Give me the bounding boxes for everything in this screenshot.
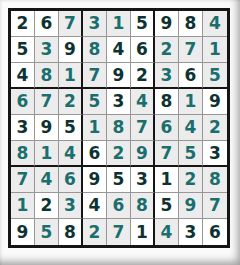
cell-r6c3[interactable]: 4 [59,141,83,167]
cell-r5c5[interactable]: 8 [107,115,131,141]
cell-r3c7[interactable]: 3 [155,63,179,89]
cell-r4c8[interactable]: 1 [179,89,203,115]
cell-r5c7[interactable]: 6 [155,115,179,141]
cell-r1c1[interactable]: 2 [11,11,35,37]
cell-r2c7[interactable]: 2 [155,37,179,63]
cell-r5c8[interactable]: 4 [179,115,203,141]
cell-r2c5[interactable]: 4 [107,37,131,63]
cell-r6c9[interactable]: 3 [203,141,227,167]
cell-r9c5[interactable]: 7 [107,219,131,245]
cell-r5c2[interactable]: 9 [35,115,59,141]
cell-r8c4[interactable]: 4 [83,193,107,219]
cell-r7c2[interactable]: 4 [35,167,59,193]
cell-r6c5[interactable]: 2 [107,141,131,167]
cell-r3c5[interactable]: 9 [107,63,131,89]
cell-r6c8[interactable]: 5 [179,141,203,167]
cell-r8c6[interactable]: 8 [131,193,155,219]
cell-r1c2[interactable]: 6 [35,11,59,37]
cell-r2c4[interactable]: 8 [83,37,107,63]
cell-r5c3[interactable]: 5 [59,115,83,141]
cell-r7c1[interactable]: 7 [11,167,35,193]
cell-r4c9[interactable]: 9 [203,89,227,115]
cell-r5c4[interactable]: 1 [83,115,107,141]
cell-r1c9[interactable]: 4 [203,11,227,37]
cell-r1c6[interactable]: 5 [131,11,155,37]
cell-r3c8[interactable]: 6 [179,63,203,89]
app-window: 2673159845398462714817923656725348193951… [0,0,240,265]
cell-r2c3[interactable]: 9 [59,37,83,63]
cell-r8c7[interactable]: 5 [155,193,179,219]
cell-r6c1[interactable]: 8 [11,141,35,167]
cell-r7c7[interactable]: 1 [155,167,179,193]
cell-r4c1[interactable]: 6 [11,89,35,115]
cell-r1c3[interactable]: 7 [59,11,83,37]
cell-r3c9[interactable]: 5 [203,63,227,89]
cell-r7c5[interactable]: 5 [107,167,131,193]
cell-r3c1[interactable]: 4 [11,63,35,89]
cell-r1c5[interactable]: 1 [107,11,131,37]
cell-r2c1[interactable]: 5 [11,37,35,63]
cell-r9c2[interactable]: 5 [35,219,59,245]
cell-r9c4[interactable]: 2 [83,219,107,245]
cell-r4c7[interactable]: 8 [155,89,179,115]
sudoku-board: 2673159845398462714817923656725348193951… [8,8,230,248]
cell-r8c2[interactable]: 2 [35,193,59,219]
cell-r7c9[interactable]: 8 [203,167,227,193]
cell-r3c2[interactable]: 8 [35,63,59,89]
cell-r6c7[interactable]: 7 [155,141,179,167]
cell-r8c9[interactable]: 7 [203,193,227,219]
cell-r6c6[interactable]: 9 [131,141,155,167]
cell-r3c6[interactable]: 2 [131,63,155,89]
cell-r6c2[interactable]: 1 [35,141,59,167]
cell-r5c1[interactable]: 3 [11,115,35,141]
cell-r7c3[interactable]: 6 [59,167,83,193]
cell-r7c8[interactable]: 2 [179,167,203,193]
cell-r9c6[interactable]: 1 [131,219,155,245]
cell-r4c6[interactable]: 4 [131,89,155,115]
cell-r4c2[interactable]: 7 [35,89,59,115]
cell-r9c8[interactable]: 3 [179,219,203,245]
cell-r1c4[interactable]: 3 [83,11,107,37]
cell-r2c9[interactable]: 1 [203,37,227,63]
cell-r4c3[interactable]: 2 [59,89,83,115]
cell-r2c8[interactable]: 7 [179,37,203,63]
cell-r8c8[interactable]: 9 [179,193,203,219]
cell-r6c4[interactable]: 6 [83,141,107,167]
cell-r9c1[interactable]: 9 [11,219,35,245]
cell-r9c3[interactable]: 8 [59,219,83,245]
cell-r1c8[interactable]: 8 [179,11,203,37]
cell-r1c7[interactable]: 9 [155,11,179,37]
cell-r7c6[interactable]: 3 [131,167,155,193]
cell-r2c6[interactable]: 6 [131,37,155,63]
cell-r5c9[interactable]: 2 [203,115,227,141]
cell-r4c5[interactable]: 3 [107,89,131,115]
cell-r8c3[interactable]: 3 [59,193,83,219]
cell-r8c1[interactable]: 1 [11,193,35,219]
cell-r9c9[interactable]: 6 [203,219,227,245]
cell-r9c7[interactable]: 4 [155,219,179,245]
cell-r5c6[interactable]: 7 [131,115,155,141]
cell-r4c4[interactable]: 5 [83,89,107,115]
cell-r3c3[interactable]: 1 [59,63,83,89]
cell-r8c5[interactable]: 6 [107,193,131,219]
cell-r7c4[interactable]: 9 [83,167,107,193]
cell-r3c4[interactable]: 7 [83,63,107,89]
cell-r2c2[interactable]: 3 [35,37,59,63]
